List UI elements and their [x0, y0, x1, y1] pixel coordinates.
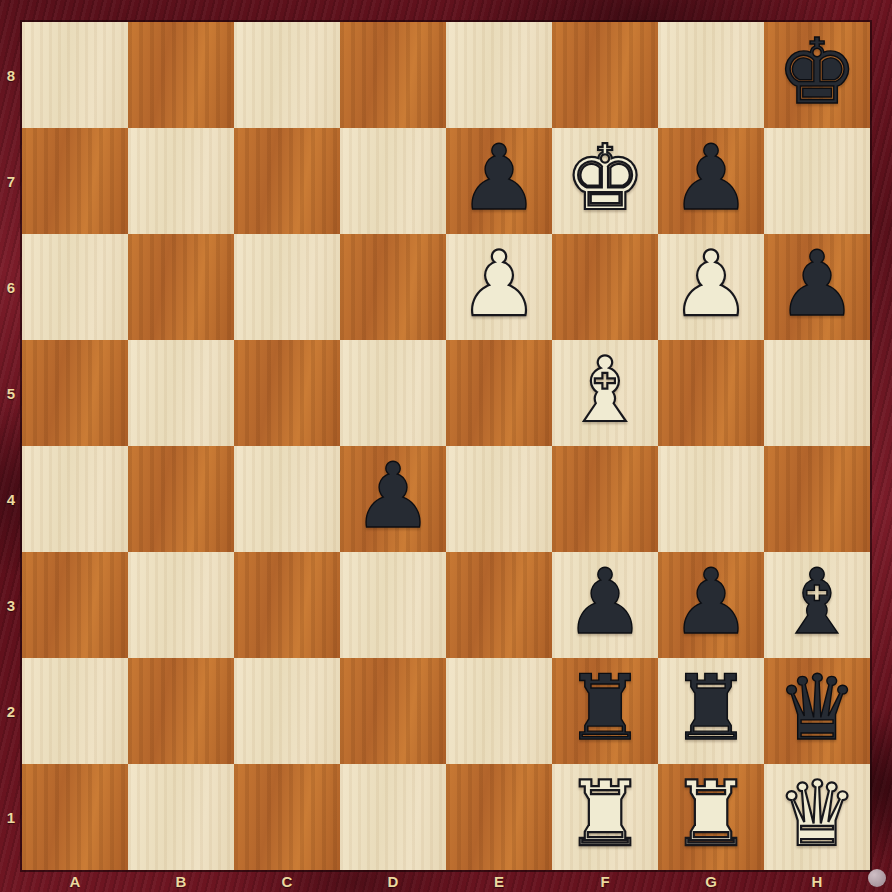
rank-label-2: 2	[0, 658, 22, 764]
square-b8[interactable]	[128, 22, 234, 128]
white-queen: ♛	[777, 769, 858, 859]
square-c3[interactable]	[234, 552, 340, 658]
square-g3[interactable]: ♟	[658, 552, 764, 658]
square-h3[interactable]: ♝	[764, 552, 870, 658]
square-b2[interactable]	[128, 658, 234, 764]
file-labels: ABCDEFGH	[22, 870, 870, 892]
file-label-f: F	[552, 870, 658, 892]
watermark-dot	[868, 869, 886, 887]
black-king: ♚	[777, 27, 858, 117]
square-a8[interactable]	[22, 22, 128, 128]
square-d5[interactable]	[340, 340, 446, 446]
rank-label-4: 4	[0, 446, 22, 552]
square-a1[interactable]	[22, 764, 128, 870]
square-d3[interactable]	[340, 552, 446, 658]
black-pawn: ♟	[565, 557, 646, 647]
file-label-c: C	[234, 870, 340, 892]
square-c2[interactable]	[234, 658, 340, 764]
square-g8[interactable]	[658, 22, 764, 128]
square-b3[interactable]	[128, 552, 234, 658]
square-a3[interactable]	[22, 552, 128, 658]
square-b6[interactable]	[128, 234, 234, 340]
square-c4[interactable]	[234, 446, 340, 552]
rank-labels: 87654321	[0, 22, 22, 870]
square-f6[interactable]	[552, 234, 658, 340]
square-a2[interactable]	[22, 658, 128, 764]
square-f2[interactable]: ♜	[552, 658, 658, 764]
square-f8[interactable]	[552, 22, 658, 128]
square-d8[interactable]	[340, 22, 446, 128]
square-h4[interactable]	[764, 446, 870, 552]
square-d2[interactable]	[340, 658, 446, 764]
square-g1[interactable]: ♜	[658, 764, 764, 870]
rank-label-5: 5	[0, 340, 22, 446]
square-g4[interactable]	[658, 446, 764, 552]
square-h5[interactable]	[764, 340, 870, 446]
square-a7[interactable]	[22, 128, 128, 234]
square-e8[interactable]	[446, 22, 552, 128]
square-e7[interactable]: ♟	[446, 128, 552, 234]
square-f7[interactable]: ♚	[552, 128, 658, 234]
black-pawn: ♟	[459, 133, 540, 223]
square-f4[interactable]	[552, 446, 658, 552]
square-b1[interactable]	[128, 764, 234, 870]
rank-label-6: 6	[0, 234, 22, 340]
square-a6[interactable]	[22, 234, 128, 340]
square-f3[interactable]: ♟	[552, 552, 658, 658]
file-label-g: G	[658, 870, 764, 892]
square-c6[interactable]	[234, 234, 340, 340]
square-c1[interactable]	[234, 764, 340, 870]
black-pawn: ♟	[671, 133, 752, 223]
square-b4[interactable]	[128, 446, 234, 552]
white-rook: ♜	[671, 769, 752, 859]
white-pawn: ♟	[671, 239, 752, 329]
square-a4[interactable]	[22, 446, 128, 552]
rank-label-7: 7	[0, 128, 22, 234]
square-b7[interactable]	[128, 128, 234, 234]
file-label-e: E	[446, 870, 552, 892]
square-d1[interactable]	[340, 764, 446, 870]
square-h1[interactable]: ♛	[764, 764, 870, 870]
square-g5[interactable]	[658, 340, 764, 446]
square-f5[interactable]: ♝	[552, 340, 658, 446]
square-h6[interactable]: ♟	[764, 234, 870, 340]
board: ♚♟♚♟♟♟♟♝♟♟♟♝♜♜♛♜♜♛	[22, 22, 870, 870]
square-d4[interactable]: ♟	[340, 446, 446, 552]
board-frame: 87654321 ♚♟♚♟♟♟♟♝♟♟♟♝♜♜♛♜♜♛ ABCDEFGH	[0, 0, 892, 892]
square-e1[interactable]	[446, 764, 552, 870]
white-bishop: ♝	[565, 345, 646, 435]
square-h8[interactable]: ♚	[764, 22, 870, 128]
square-a5[interactable]	[22, 340, 128, 446]
file-label-b: B	[128, 870, 234, 892]
black-rook: ♜	[671, 663, 752, 753]
file-label-a: A	[22, 870, 128, 892]
square-g2[interactable]: ♜	[658, 658, 764, 764]
square-d6[interactable]	[340, 234, 446, 340]
black-rook: ♜	[565, 663, 646, 753]
white-king: ♚	[565, 133, 646, 223]
square-e5[interactable]	[446, 340, 552, 446]
square-g7[interactable]: ♟	[658, 128, 764, 234]
square-h7[interactable]	[764, 128, 870, 234]
black-queen: ♛	[777, 663, 858, 753]
square-c7[interactable]	[234, 128, 340, 234]
square-c5[interactable]	[234, 340, 340, 446]
white-rook: ♜	[565, 769, 646, 859]
square-e2[interactable]	[446, 658, 552, 764]
square-e6[interactable]: ♟	[446, 234, 552, 340]
square-d7[interactable]	[340, 128, 446, 234]
square-e3[interactable]	[446, 552, 552, 658]
square-c8[interactable]	[234, 22, 340, 128]
rank-label-8: 8	[0, 22, 22, 128]
square-b5[interactable]	[128, 340, 234, 446]
white-pawn: ♟	[459, 239, 540, 329]
rank-label-3: 3	[0, 552, 22, 658]
black-pawn: ♟	[777, 239, 858, 329]
square-f1[interactable]: ♜	[552, 764, 658, 870]
rank-label-1: 1	[0, 764, 22, 870]
file-label-h: H	[764, 870, 870, 892]
black-bishop: ♝	[777, 557, 858, 647]
black-pawn: ♟	[671, 557, 752, 647]
black-pawn: ♟	[353, 451, 434, 541]
square-h2[interactable]: ♛	[764, 658, 870, 764]
file-label-d: D	[340, 870, 446, 892]
square-e4[interactable]	[446, 446, 552, 552]
square-g6[interactable]: ♟	[658, 234, 764, 340]
